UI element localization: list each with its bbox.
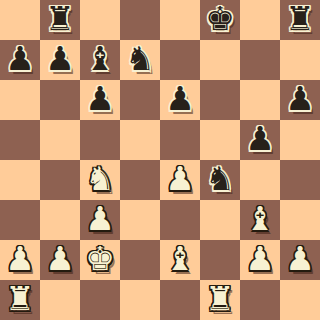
- black-king[interactable]: ♚: [200, 0, 240, 39]
- square-d7[interactable]: ♞: [120, 40, 160, 80]
- square-d3[interactable]: [120, 200, 160, 240]
- square-f1[interactable]: ♜: [200, 280, 240, 320]
- square-g1[interactable]: [240, 280, 280, 320]
- white-pawn[interactable]: ♟: [280, 239, 320, 279]
- square-b3[interactable]: [40, 200, 80, 240]
- square-a7[interactable]: ♟: [0, 40, 40, 80]
- white-pawn[interactable]: ♟: [160, 159, 200, 199]
- square-b2[interactable]: ♟: [40, 240, 80, 280]
- square-a2[interactable]: ♟: [0, 240, 40, 280]
- black-rook[interactable]: ♜: [280, 0, 320, 39]
- square-f3[interactable]: [200, 200, 240, 240]
- square-f8[interactable]: ♚: [200, 0, 240, 40]
- square-a5[interactable]: [0, 120, 40, 160]
- square-h6[interactable]: ♟: [280, 80, 320, 120]
- square-h3[interactable]: [280, 200, 320, 240]
- square-g5[interactable]: ♟: [240, 120, 280, 160]
- square-a6[interactable]: [0, 80, 40, 120]
- square-a8[interactable]: [0, 0, 40, 40]
- square-a1[interactable]: ♜: [0, 280, 40, 320]
- square-d2[interactable]: [120, 240, 160, 280]
- square-e2[interactable]: ♝: [160, 240, 200, 280]
- square-d5[interactable]: [120, 120, 160, 160]
- square-c3[interactable]: ♟: [80, 200, 120, 240]
- black-pawn[interactable]: ♟: [160, 79, 200, 119]
- square-e7[interactable]: [160, 40, 200, 80]
- square-h4[interactable]: [280, 160, 320, 200]
- square-c6[interactable]: ♟: [80, 80, 120, 120]
- square-e8[interactable]: [160, 0, 200, 40]
- square-e4[interactable]: ♟: [160, 160, 200, 200]
- white-bishop[interactable]: ♝: [240, 199, 280, 239]
- square-c8[interactable]: [80, 0, 120, 40]
- square-a4[interactable]: [0, 160, 40, 200]
- square-b4[interactable]: [40, 160, 80, 200]
- square-e6[interactable]: ♟: [160, 80, 200, 120]
- square-b1[interactable]: [40, 280, 80, 320]
- square-h8[interactable]: ♜: [280, 0, 320, 40]
- white-pawn[interactable]: ♟: [40, 239, 80, 279]
- square-d1[interactable]: [120, 280, 160, 320]
- square-g7[interactable]: [240, 40, 280, 80]
- square-d4[interactable]: [120, 160, 160, 200]
- white-pawn[interactable]: ♟: [0, 239, 40, 279]
- square-f7[interactable]: [200, 40, 240, 80]
- black-pawn[interactable]: ♟: [80, 79, 120, 119]
- square-c4[interactable]: ♞: [80, 160, 120, 200]
- square-c2[interactable]: ♚: [80, 240, 120, 280]
- chess-board-container: ♜♚♜♟♟♝♞♟♟♟♟♞♟♞♟♝♟♟♚♝♟♟♜♜: [0, 0, 320, 320]
- square-h7[interactable]: [280, 40, 320, 80]
- white-knight[interactable]: ♞: [80, 159, 120, 199]
- square-f4[interactable]: ♞: [200, 160, 240, 200]
- square-b6[interactable]: [40, 80, 80, 120]
- white-rook[interactable]: ♜: [200, 279, 240, 319]
- black-knight[interactable]: ♞: [120, 39, 160, 79]
- square-g4[interactable]: [240, 160, 280, 200]
- black-pawn[interactable]: ♟: [240, 119, 280, 159]
- square-e3[interactable]: [160, 200, 200, 240]
- black-pawn[interactable]: ♟: [0, 39, 40, 79]
- square-b8[interactable]: ♜: [40, 0, 80, 40]
- black-knight[interactable]: ♞: [200, 159, 240, 199]
- black-bishop[interactable]: ♝: [80, 39, 120, 79]
- white-pawn[interactable]: ♟: [80, 199, 120, 239]
- white-king[interactable]: ♚: [80, 239, 120, 279]
- white-pawn[interactable]: ♟: [240, 239, 280, 279]
- square-h2[interactable]: ♟: [280, 240, 320, 280]
- square-c5[interactable]: [80, 120, 120, 160]
- square-b5[interactable]: [40, 120, 80, 160]
- square-g8[interactable]: [240, 0, 280, 40]
- square-h1[interactable]: [280, 280, 320, 320]
- square-d6[interactable]: [120, 80, 160, 120]
- square-f5[interactable]: [200, 120, 240, 160]
- chess-board: ♜♚♜♟♟♝♞♟♟♟♟♞♟♞♟♝♟♟♚♝♟♟♜♜: [0, 0, 320, 320]
- square-g6[interactable]: [240, 80, 280, 120]
- square-e5[interactable]: [160, 120, 200, 160]
- square-h5[interactable]: [280, 120, 320, 160]
- square-a3[interactable]: [0, 200, 40, 240]
- square-c7[interactable]: ♝: [80, 40, 120, 80]
- square-g2[interactable]: ♟: [240, 240, 280, 280]
- square-c1[interactable]: [80, 280, 120, 320]
- square-g3[interactable]: ♝: [240, 200, 280, 240]
- black-pawn[interactable]: ♟: [280, 79, 320, 119]
- black-pawn[interactable]: ♟: [40, 39, 80, 79]
- square-d8[interactable]: [120, 0, 160, 40]
- square-b7[interactable]: ♟: [40, 40, 80, 80]
- square-f2[interactable]: [200, 240, 240, 280]
- black-rook[interactable]: ♜: [40, 0, 80, 39]
- square-f6[interactable]: [200, 80, 240, 120]
- white-bishop[interactable]: ♝: [160, 239, 200, 279]
- white-rook[interactable]: ♜: [0, 279, 40, 319]
- square-e1[interactable]: [160, 280, 200, 320]
